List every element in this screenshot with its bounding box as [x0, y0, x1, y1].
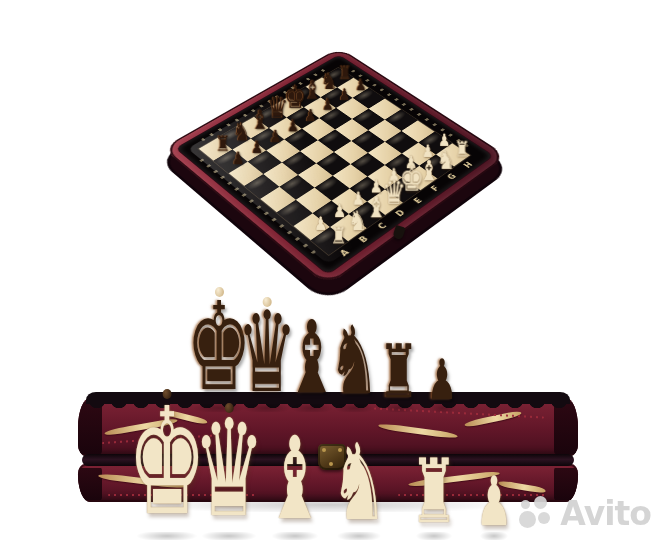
black-pawn-piece: ♟	[355, 77, 366, 93]
avito-logo-icon	[519, 496, 553, 530]
carving-leaf	[104, 418, 178, 437]
chess-board-3d: ♜♞♝♛♚♝♞♜♟♟♟♟♟♟♟♟♟♟♟♟♟♟♟♟♜♞♝♛♚♝♞♜ ABCDEFG…	[162, 48, 507, 287]
black-pawn-piece: ♟	[305, 107, 317, 123]
black-queen-piece: ♛	[267, 93, 289, 123]
chess-box	[78, 392, 578, 506]
black-knight-piece: ♞	[321, 69, 338, 92]
black-pawn-piece: ♟	[269, 128, 281, 145]
white-knight-piece: ♞	[348, 207, 368, 234]
white-bishop-piece: ♝	[366, 192, 387, 221]
board-frame: ♜♞♝♛♚♝♞♜♟♟♟♟♟♟♟♟♟♟♟♟♟♟♟♟♜♞♝♛♚♝♞♜ ABCDEFG…	[162, 48, 507, 287]
box-wave-band	[86, 402, 570, 412]
finial-tip	[263, 297, 272, 307]
black-pawn-piece: ♟	[322, 97, 334, 113]
white-pawn-piece: ♟	[333, 202, 346, 220]
black-rook-piece: ♜	[338, 63, 352, 82]
black-bishop-piece: ♝	[251, 107, 270, 133]
avito-watermark: Avito	[519, 496, 651, 530]
black-knight-piece: ♞	[233, 119, 251, 144]
black-pawn-piece: ♟	[339, 87, 351, 103]
dark-king-display-piece: ♚	[186, 286, 252, 408]
white-rook-piece: ♜	[455, 140, 470, 161]
brass-clasp	[318, 444, 346, 470]
chess-board-scene: ♜♞♝♛♚♝♞♜♟♟♟♟♟♟♟♟♟♟♟♟♟♟♟♟♜♞♝♛♚♝♞♜ ABCDEFG…	[212, 30, 456, 274]
carving-leaf	[378, 422, 458, 439]
white-knight-piece: ♞	[437, 147, 455, 173]
stitch-pattern	[102, 434, 222, 444]
carving-leaf	[498, 480, 546, 494]
board-inner-border: ♜♞♝♛♚♝♞♜♟♟♟♟♟♟♟♟♟♟♟♟♟♟♟♟♜♞♝♛♚♝♞♜ ABCDEFG…	[176, 55, 493, 274]
watermark-text: Avito	[560, 497, 651, 530]
square-a8: ♜	[199, 138, 233, 161]
carving-leaf	[98, 473, 186, 490]
white-pawn-piece: ♟	[314, 215, 327, 233]
white-rook-piece: ♜	[330, 225, 347, 248]
black-pawn-piece: ♟	[287, 117, 299, 134]
product-photo: ♜♞♝♛♚♝♞♜♟♟♟♟♟♟♟♟♟♟♟♟♟♟♟♟♜♞♝♛♚♝♞♜ ABCDEFG…	[0, 0, 657, 540]
black-pawn-piece: ♟	[251, 139, 263, 156]
black-rook-piece: ♜	[216, 134, 231, 155]
black-pawn-piece: ♟	[232, 150, 244, 167]
box-end	[78, 468, 102, 500]
carving-leaf	[408, 470, 500, 487]
finial-tip	[215, 287, 224, 297]
stitch-pattern	[108, 494, 258, 496]
